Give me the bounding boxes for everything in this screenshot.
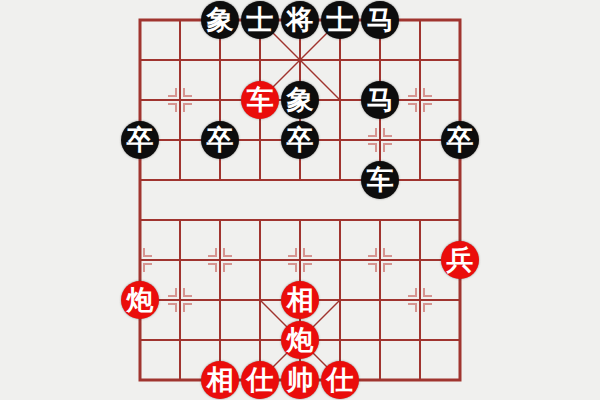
- piece-black-elephant[interactable]: 象: [281, 81, 319, 119]
- piece-red-soldier[interactable]: 兵: [441, 241, 479, 279]
- piece-red-cannon[interactable]: 炮: [281, 321, 319, 359]
- piece-black-horse[interactable]: 马: [361, 81, 399, 119]
- piece-red-cannon[interactable]: 炮: [121, 281, 159, 319]
- piece-black-soldier[interactable]: 卒: [121, 121, 159, 159]
- piece-black-chariot[interactable]: 车: [361, 161, 399, 199]
- piece-black-advisor[interactable]: 士: [241, 1, 279, 39]
- piece-red-advisor[interactable]: 仕: [321, 361, 359, 399]
- piece-red-advisor[interactable]: 仕: [241, 361, 279, 399]
- piece-black-soldier[interactable]: 卒: [201, 121, 239, 159]
- piece-red-chariot[interactable]: 车: [241, 81, 279, 119]
- piece-red-elephant[interactable]: 相: [281, 281, 319, 319]
- xiangqi-app-screen: 象士将士马车象马卒卒卒卒车兵炮相炮相仕帅仕: [0, 0, 600, 400]
- piece-black-elephant[interactable]: 象: [201, 1, 239, 39]
- pieces-layer: 象士将士马车象马卒卒卒卒车兵炮相炮相仕帅仕: [120, 0, 480, 400]
- piece-black-general[interactable]: 将: [281, 1, 319, 39]
- piece-red-elephant[interactable]: 相: [201, 361, 239, 399]
- piece-red-general[interactable]: 帅: [281, 361, 319, 399]
- piece-black-soldier[interactable]: 卒: [441, 121, 479, 159]
- piece-black-advisor[interactable]: 士: [321, 1, 359, 39]
- piece-black-soldier[interactable]: 卒: [281, 121, 319, 159]
- piece-black-horse[interactable]: 马: [361, 1, 399, 39]
